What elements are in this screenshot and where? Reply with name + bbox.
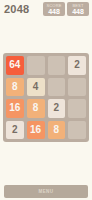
tile-4: 4	[27, 78, 45, 97]
score-badges: SCORE 448 BEST 448	[43, 2, 89, 16]
empty-cell	[68, 99, 86, 118]
empty-cell	[68, 78, 86, 97]
board-grid[interactable]: 6428416822168	[3, 53, 89, 142]
tile-2: 2	[68, 56, 86, 75]
tile-8: 8	[27, 99, 45, 118]
tile-16: 16	[6, 99, 24, 118]
best-value: 448	[72, 8, 84, 16]
empty-cell	[48, 78, 66, 97]
tile-2: 2	[6, 121, 24, 140]
tile-8: 8	[48, 121, 66, 140]
header: 2048 SCORE 448 BEST 448	[0, 0, 92, 20]
best-badge: BEST 448	[67, 2, 89, 16]
empty-cell	[27, 56, 45, 75]
tile-16: 16	[27, 121, 45, 140]
score-value: 448	[48, 8, 60, 16]
empty-cell	[48, 56, 66, 75]
tile-2: 2	[48, 99, 66, 118]
app-screen: 2048 SCORE 448 BEST 448 6428416822168 ME…	[0, 0, 92, 200]
tile-64: 64	[6, 56, 24, 75]
score-badge: SCORE 448	[43, 2, 65, 16]
menu-button[interactable]: MENU	[4, 185, 88, 198]
tile-8: 8	[6, 78, 24, 97]
empty-cell	[68, 121, 86, 140]
game-title: 2048	[4, 2, 29, 17]
